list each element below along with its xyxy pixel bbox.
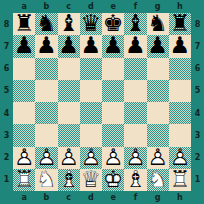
rank-label-8: 8: [191, 13, 204, 35]
piece-wb-c1[interactable]: ♝♗: [58, 169, 80, 191]
file-label-c: c: [58, 191, 80, 204]
square-b6[interactable]: [35, 58, 57, 80]
chess-board-frame: abcdefgh abcdefgh 87654321 87654321 ♜♞♝♛…: [0, 0, 204, 204]
piece-wn-g1[interactable]: ♞♘: [147, 169, 169, 191]
piece-bp-c7[interactable]: ♟: [58, 35, 80, 57]
square-d1[interactable]: ♛♕: [80, 169, 102, 191]
piece-fill-glyph: ♟: [102, 34, 124, 57]
rank-label-5: 5: [0, 80, 13, 102]
piece-wn-b1[interactable]: ♞♘: [35, 169, 57, 191]
square-a5[interactable]: [13, 80, 35, 102]
chess-board[interactable]: ♜♞♝♛♚♝♞♜♟♟♟♟♟♟♟♟♟♙♟♙♟♙♟♙♟♙♟♙♟♙♟♙♜♖♞♘♝♗♛♕…: [13, 13, 191, 191]
rank-label-6: 6: [191, 58, 204, 80]
square-c4[interactable]: [58, 102, 80, 124]
piece-outline-glyph: ♗: [124, 168, 146, 191]
piece-bp-d7[interactable]: ♟: [80, 35, 102, 57]
piece-outline-glyph: ♖: [13, 168, 35, 191]
rank-label-7: 7: [0, 35, 13, 57]
square-g7[interactable]: ♟: [147, 35, 169, 57]
rank-label-8: 8: [0, 13, 13, 35]
square-a6[interactable]: [13, 58, 35, 80]
square-h1[interactable]: ♜♖: [169, 169, 191, 191]
piece-wq-d1[interactable]: ♛♕: [80, 169, 102, 191]
square-f6[interactable]: [124, 58, 146, 80]
square-c5[interactable]: [58, 80, 80, 102]
piece-fill-glyph: ♟: [80, 34, 102, 57]
square-b7[interactable]: ♟: [35, 35, 57, 57]
rank-label-5: 5: [191, 80, 204, 102]
square-g4[interactable]: [147, 102, 169, 124]
rank-label-7: 7: [191, 35, 204, 57]
piece-bp-g7[interactable]: ♟: [147, 35, 169, 57]
rank-label-6: 6: [0, 58, 13, 80]
rank-label-2: 2: [191, 147, 204, 169]
piece-fill-glyph: ♟: [35, 34, 57, 57]
square-e4[interactable]: [102, 102, 124, 124]
piece-outline-glyph: ♔: [102, 168, 124, 191]
rank-label-4: 4: [0, 102, 13, 124]
piece-outline-glyph: ♖: [169, 168, 191, 191]
rank-label-4: 4: [191, 102, 204, 124]
square-c7[interactable]: ♟: [58, 35, 80, 57]
square-c6[interactable]: [58, 58, 80, 80]
piece-bp-a7[interactable]: ♟: [13, 35, 35, 57]
rank-label-3: 3: [0, 124, 13, 146]
file-label-g: g: [147, 191, 169, 204]
square-b1[interactable]: ♞♘: [35, 169, 57, 191]
square-b5[interactable]: [35, 80, 57, 102]
square-a1[interactable]: ♜♖: [13, 169, 35, 191]
square-f7[interactable]: ♟: [124, 35, 146, 57]
square-h4[interactable]: [169, 102, 191, 124]
rank-label-1: 1: [0, 169, 13, 191]
square-d4[interactable]: [80, 102, 102, 124]
piece-outline-glyph: ♘: [35, 168, 57, 191]
rank-label-1: 1: [191, 169, 204, 191]
piece-fill-glyph: ♟: [124, 34, 146, 57]
piece-bp-b7[interactable]: ♟: [35, 35, 57, 57]
file-label-b: b: [35, 191, 57, 204]
file-label-e: e: [102, 191, 124, 204]
piece-outline-glyph: ♘: [147, 168, 169, 191]
piece-outline-glyph: ♗: [58, 168, 80, 191]
piece-wr-a1[interactable]: ♜♖: [13, 169, 35, 191]
piece-bp-f7[interactable]: ♟: [124, 35, 146, 57]
file-label-a: a: [13, 191, 35, 204]
square-f1[interactable]: ♝♗: [124, 169, 146, 191]
square-g1[interactable]: ♞♘: [147, 169, 169, 191]
square-d7[interactable]: ♟: [80, 35, 102, 57]
square-e6[interactable]: [102, 58, 124, 80]
square-a7[interactable]: ♟: [13, 35, 35, 57]
rank-label-3: 3: [191, 124, 204, 146]
square-h5[interactable]: [169, 80, 191, 102]
piece-fill-glyph: ♟: [58, 34, 80, 57]
square-f5[interactable]: [124, 80, 146, 102]
piece-wk-e1[interactable]: ♚♔: [102, 169, 124, 191]
rank-label-2: 2: [0, 147, 13, 169]
piece-bp-h7[interactable]: ♟: [169, 35, 191, 57]
piece-wb-f1[interactable]: ♝♗: [124, 169, 146, 191]
file-label-f: f: [124, 191, 146, 204]
square-g6[interactable]: [147, 58, 169, 80]
piece-outline-glyph: ♕: [80, 168, 102, 191]
square-e1[interactable]: ♚♔: [102, 169, 124, 191]
square-g5[interactable]: [147, 80, 169, 102]
rank-labels-left: 87654321: [0, 13, 13, 191]
file-labels-bottom: abcdefgh: [13, 191, 191, 204]
piece-wr-h1[interactable]: ♜♖: [169, 169, 191, 191]
piece-fill-glyph: ♟: [147, 34, 169, 57]
square-b4[interactable]: [35, 102, 57, 124]
square-c1[interactable]: ♝♗: [58, 169, 80, 191]
square-d6[interactable]: [80, 58, 102, 80]
rank-labels-right: 87654321: [191, 13, 204, 191]
square-f4[interactable]: [124, 102, 146, 124]
piece-fill-glyph: ♟: [13, 34, 35, 57]
file-label-d: d: [80, 191, 102, 204]
file-label-h: h: [169, 191, 191, 204]
square-a4[interactable]: [13, 102, 35, 124]
piece-fill-glyph: ♟: [169, 34, 191, 57]
square-h7[interactable]: ♟: [169, 35, 191, 57]
square-d5[interactable]: [80, 80, 102, 102]
square-h6[interactable]: [169, 58, 191, 80]
piece-bp-e7[interactable]: ♟: [102, 35, 124, 57]
square-e5[interactable]: [102, 80, 124, 102]
square-e7[interactable]: ♟: [102, 35, 124, 57]
